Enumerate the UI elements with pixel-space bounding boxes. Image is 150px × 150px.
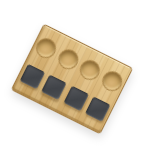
slate-tile-3[interactable]	[64, 85, 89, 110]
bamboo-board	[11, 24, 134, 135]
board-grid	[12, 25, 132, 133]
slate-tile-4[interactable]	[85, 96, 110, 121]
product-photo-scene	[0, 0, 150, 150]
round-pit-4[interactable]	[99, 68, 126, 95]
slate-tile-1[interactable]	[20, 63, 45, 88]
round-pit-2[interactable]	[55, 46, 82, 73]
slate-tile-2[interactable]	[42, 74, 67, 99]
round-pit-3[interactable]	[77, 57, 104, 84]
round-pit-1[interactable]	[33, 35, 60, 62]
